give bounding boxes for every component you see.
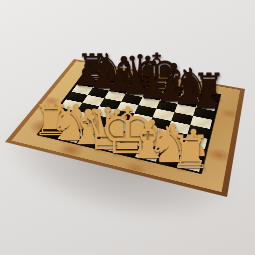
pieces-layer: ♜♞♝♟♛♟♚♟♝♟♞♟♜♟♟♟♟♟♟♜♟♞♟♝♟♛♟♚♟♝♞♜ xyxy=(0,0,255,255)
piece-black-pawn[interactable]: ♟ xyxy=(192,81,221,114)
piece-white-rook[interactable]: ♜ xyxy=(170,129,211,175)
photo-scene: ♜♞♝♟♛♟♚♟♝♟♞♟♜♟♟♟♟♟♟♜♟♞♟♝♟♛♟♚♟♝♞♜ xyxy=(0,0,255,255)
